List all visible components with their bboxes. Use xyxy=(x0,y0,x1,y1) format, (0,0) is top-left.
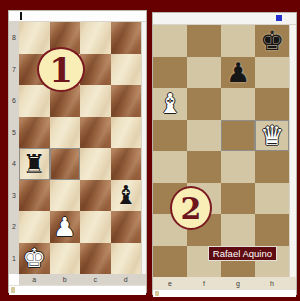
square-f5[interactable] xyxy=(187,120,221,152)
file-labels-1: abcd xyxy=(19,274,146,285)
black-bishop[interactable]: ♝ xyxy=(114,182,137,208)
square-c6[interactable] xyxy=(80,85,111,117)
white-bishop[interactable]: ♝ xyxy=(158,90,182,117)
rank-label-3: 3 xyxy=(9,180,19,212)
square-d4[interactable] xyxy=(111,148,142,180)
square-a4[interactable]: ♜ xyxy=(19,148,50,180)
desktop: { "game": "chess", "desktop_color": "#67… xyxy=(0,0,300,301)
square-b2[interactable]: ♟ xyxy=(50,211,81,243)
rank-label-8: 8 xyxy=(9,22,19,54)
square-c4[interactable] xyxy=(80,148,111,180)
square-b5[interactable] xyxy=(50,117,81,149)
rank-label-6: 6 xyxy=(9,85,19,117)
file-label-h: h xyxy=(255,277,289,289)
square-a6[interactable] xyxy=(19,85,50,117)
square-g3[interactable] xyxy=(221,183,255,215)
chess-board-2[interactable]: ♚♟♝♛ xyxy=(153,25,289,277)
window-2-topbar[interactable] xyxy=(153,13,296,25)
square-f7[interactable] xyxy=(187,57,221,89)
vertical-scrollbar-1[interactable] xyxy=(141,22,146,274)
square-e6[interactable]: ♝ xyxy=(153,88,187,120)
player-name-label: Rafael Aquino xyxy=(208,246,277,261)
square-c2[interactable] xyxy=(80,211,111,243)
square-d1[interactable] xyxy=(111,243,142,275)
square-g8[interactable] xyxy=(221,25,255,57)
square-b3[interactable] xyxy=(50,180,81,212)
square-g4[interactable] xyxy=(221,151,255,183)
square-h8[interactable]: ♚ xyxy=(255,25,289,57)
square-f8[interactable] xyxy=(187,25,221,57)
rank-label-5: 5 xyxy=(9,117,19,149)
square-a3[interactable] xyxy=(19,180,50,212)
scrollbar-thumb[interactable] xyxy=(155,291,159,296)
square-e7[interactable] xyxy=(153,57,187,89)
black-rook[interactable]: ♜ xyxy=(23,151,46,177)
square-d7[interactable] xyxy=(111,54,142,86)
square-e5[interactable] xyxy=(153,120,187,152)
square-a5[interactable] xyxy=(19,117,50,149)
square-f4[interactable] xyxy=(187,151,221,183)
rank-label-4: 4 xyxy=(9,148,19,180)
square-h5[interactable]: ♛ xyxy=(255,120,289,152)
square-g6[interactable] xyxy=(221,88,255,120)
square-g2[interactable] xyxy=(221,214,255,246)
square-d5[interactable] xyxy=(111,117,142,149)
window-1-topbar[interactable] xyxy=(9,11,146,22)
square-h2[interactable] xyxy=(255,214,289,246)
square-d3[interactable]: ♝ xyxy=(111,180,142,212)
square-c1[interactable] xyxy=(80,243,111,275)
window-indicator-icon[interactable] xyxy=(276,15,282,21)
square-h4[interactable] xyxy=(255,151,289,183)
file-label-d: d xyxy=(111,274,142,285)
square-c8[interactable] xyxy=(80,22,111,54)
square-a8[interactable] xyxy=(19,22,50,54)
file-label-c: c xyxy=(80,274,111,285)
black-pawn[interactable]: ♟ xyxy=(226,59,250,86)
white-king[interactable]: ♚ xyxy=(23,245,46,271)
board-2-number-badge: 2 xyxy=(170,186,212,230)
white-queen[interactable]: ♛ xyxy=(260,122,284,149)
window-1: 87654321 ♜♝♟♚ abcd 1 xyxy=(8,10,147,293)
file-labels-2: efgh xyxy=(153,277,296,289)
rank-label-2: 2 xyxy=(9,211,19,243)
square-h6[interactable] xyxy=(255,88,289,120)
file-label-g: g xyxy=(221,277,255,289)
square-h7[interactable] xyxy=(255,57,289,89)
square-e1[interactable] xyxy=(153,246,187,278)
file-label-a: a xyxy=(19,274,50,285)
square-h3[interactable] xyxy=(255,183,289,215)
horizontal-scrollbar-2[interactable] xyxy=(153,289,296,297)
rank-label-1: 1 xyxy=(9,243,19,275)
white-pawn[interactable]: ♟ xyxy=(53,214,76,240)
square-g5[interactable] xyxy=(221,120,255,152)
square-a1[interactable]: ♚ xyxy=(19,243,50,275)
square-b4[interactable] xyxy=(50,148,81,180)
rank-labels: 87654321 xyxy=(9,22,19,274)
black-king[interactable]: ♚ xyxy=(260,27,284,54)
scrollbar-thumb[interactable] xyxy=(11,287,15,293)
square-e4[interactable] xyxy=(153,151,187,183)
text-cursor-icon xyxy=(20,12,22,20)
square-c5[interactable] xyxy=(80,117,111,149)
file-label-b: b xyxy=(50,274,81,285)
square-c3[interactable] xyxy=(80,180,111,212)
rank-label-7: 7 xyxy=(9,54,19,86)
window-2: ♚♟♝♛ efgh 2 Rafael Aquino xyxy=(152,12,297,295)
vertical-scrollbar-2[interactable] xyxy=(289,25,296,277)
file-label-e: e xyxy=(153,277,187,289)
square-b1[interactable] xyxy=(50,243,81,275)
square-d2[interactable] xyxy=(111,211,142,243)
board-1-number-badge: 1 xyxy=(37,47,85,92)
square-f6[interactable] xyxy=(187,88,221,120)
horizontal-scrollbar-1[interactable] xyxy=(9,285,146,295)
square-e8[interactable] xyxy=(153,25,187,57)
square-d6[interactable] xyxy=(111,85,142,117)
square-g7[interactable]: ♟ xyxy=(221,57,255,89)
file-label-f: f xyxy=(187,277,221,289)
square-d8[interactable] xyxy=(111,22,142,54)
square-a2[interactable] xyxy=(19,211,50,243)
